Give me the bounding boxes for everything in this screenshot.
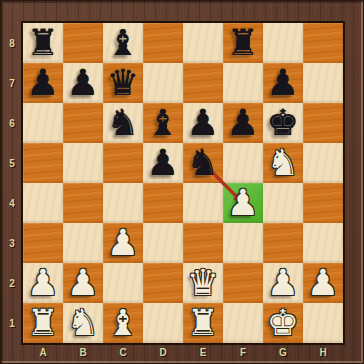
piece-black-pawn-d5[interactable]: ♟ xyxy=(143,143,183,183)
piece-black-pawn-g7[interactable]: ♟ xyxy=(263,63,303,103)
square-f6[interactable]: ♟ xyxy=(223,103,263,143)
square-h6[interactable] xyxy=(303,103,343,143)
rank-label-2: 2 xyxy=(1,263,23,303)
square-d6[interactable]: ♝ xyxy=(143,103,183,143)
square-f5[interactable] xyxy=(223,143,263,183)
piece-black-pawn-b7[interactable]: ♟ xyxy=(63,63,103,103)
square-c6[interactable]: ♞ xyxy=(103,103,143,143)
rank-label-7: 7 xyxy=(1,63,23,103)
square-d2[interactable] xyxy=(143,263,183,303)
square-c4[interactable] xyxy=(103,183,143,223)
square-e3[interactable] xyxy=(183,223,223,263)
file-label-a: A xyxy=(23,343,63,364)
piece-white-pawn-h2[interactable]: ♟ xyxy=(303,263,343,303)
square-b1[interactable]: ♞ xyxy=(63,303,103,343)
square-d1[interactable] xyxy=(143,303,183,343)
piece-black-pawn-a7[interactable]: ♟ xyxy=(23,63,63,103)
piece-black-rook-f8[interactable]: ♜ xyxy=(223,23,263,63)
piece-white-knight-b1[interactable]: ♞ xyxy=(63,303,103,343)
square-e6[interactable]: ♟ xyxy=(183,103,223,143)
piece-white-pawn-c3[interactable]: ♟ xyxy=(103,223,143,263)
square-d8[interactable] xyxy=(143,23,183,63)
square-c5[interactable] xyxy=(103,143,143,183)
square-c3[interactable]: ♟ xyxy=(103,223,143,263)
square-f1[interactable] xyxy=(223,303,263,343)
square-g5[interactable]: ♞ xyxy=(263,143,303,183)
square-e1[interactable]: ♜ xyxy=(183,303,223,343)
rank-label-8: 8 xyxy=(1,23,23,63)
file-label-d: D xyxy=(143,343,183,364)
square-g8[interactable] xyxy=(263,23,303,63)
file-label-e: E xyxy=(183,343,223,364)
rank-label-1: 1 xyxy=(1,303,23,343)
piece-white-rook-a1[interactable]: ♜ xyxy=(23,303,63,343)
rank-label-4: 4 xyxy=(1,183,23,223)
square-c2[interactable] xyxy=(103,263,143,303)
square-e2[interactable]: ♛ xyxy=(183,263,223,303)
piece-black-bishop-d6[interactable]: ♝ xyxy=(143,103,183,143)
square-f3[interactable] xyxy=(223,223,263,263)
square-d5[interactable]: ♟ xyxy=(143,143,183,183)
piece-white-pawn-f4[interactable]: ♟ xyxy=(223,183,263,223)
square-a7[interactable]: ♟ xyxy=(23,63,63,103)
square-g1[interactable]: ♚ xyxy=(263,303,303,343)
square-b2[interactable]: ♟ xyxy=(63,263,103,303)
square-a5[interactable] xyxy=(23,143,63,183)
square-d4[interactable] xyxy=(143,183,183,223)
square-h1[interactable] xyxy=(303,303,343,343)
file-label-c: C xyxy=(103,343,143,364)
square-a2[interactable]: ♟ xyxy=(23,263,63,303)
square-a8[interactable]: ♜ xyxy=(23,23,63,63)
square-e4[interactable] xyxy=(183,183,223,223)
square-b6[interactable] xyxy=(63,103,103,143)
square-h8[interactable] xyxy=(303,23,343,63)
square-b3[interactable] xyxy=(63,223,103,263)
square-h4[interactable] xyxy=(303,183,343,223)
piece-white-pawn-a2[interactable]: ♟ xyxy=(23,263,63,303)
square-e8[interactable] xyxy=(183,23,223,63)
square-b8[interactable] xyxy=(63,23,103,63)
piece-black-bishop-c8[interactable]: ♝ xyxy=(103,23,143,63)
chess-board-frame: 87654321 ABCDEFGH ♜♝♜♟♟♛♟♞♝♟♟♚♟♞♞♟♟♟♟♛♟♟… xyxy=(0,0,364,364)
rank-labels: 87654321 xyxy=(1,23,23,343)
piece-white-rook-e1[interactable]: ♜ xyxy=(183,303,223,343)
square-h7[interactable] xyxy=(303,63,343,103)
square-c8[interactable]: ♝ xyxy=(103,23,143,63)
file-label-f: F xyxy=(223,343,263,364)
rank-label-3: 3 xyxy=(1,223,23,263)
square-d7[interactable] xyxy=(143,63,183,103)
square-e7[interactable] xyxy=(183,63,223,103)
file-label-b: B xyxy=(63,343,103,364)
square-b4[interactable] xyxy=(63,183,103,223)
square-f2[interactable] xyxy=(223,263,263,303)
rank-label-6: 6 xyxy=(1,103,23,143)
piece-black-pawn-e6[interactable]: ♟ xyxy=(183,103,223,143)
square-g6[interactable]: ♚ xyxy=(263,103,303,143)
square-e5[interactable]: ♞ xyxy=(183,143,223,183)
piece-white-bishop-c1[interactable]: ♝ xyxy=(103,303,143,343)
piece-black-rook-a8[interactable]: ♜ xyxy=(23,23,63,63)
piece-white-king-g1[interactable]: ♚ xyxy=(263,303,303,343)
piece-white-pawn-g2[interactable]: ♟ xyxy=(263,263,303,303)
square-b7[interactable]: ♟ xyxy=(63,63,103,103)
square-a6[interactable] xyxy=(23,103,63,143)
square-g2[interactable]: ♟ xyxy=(263,263,303,303)
square-c7[interactable]: ♛ xyxy=(103,63,143,103)
square-f7[interactable] xyxy=(223,63,263,103)
rank-label-5: 5 xyxy=(1,143,23,183)
piece-black-king-g6[interactable]: ♚ xyxy=(263,103,303,143)
square-h2[interactable]: ♟ xyxy=(303,263,343,303)
square-g7[interactable]: ♟ xyxy=(263,63,303,103)
piece-white-pawn-b2[interactable]: ♟ xyxy=(63,263,103,303)
piece-black-knight-c6[interactable]: ♞ xyxy=(103,103,143,143)
square-f4[interactable]: ♟ xyxy=(223,183,263,223)
square-a3[interactable] xyxy=(23,223,63,263)
piece-black-queen-c7[interactable]: ♛ xyxy=(103,63,143,103)
square-g3[interactable] xyxy=(263,223,303,263)
piece-black-knight-e5[interactable]: ♞ xyxy=(183,143,223,183)
square-d3[interactable] xyxy=(143,223,183,263)
piece-white-queen-e2[interactable]: ♛ xyxy=(183,263,223,303)
square-c1[interactable]: ♝ xyxy=(103,303,143,343)
file-label-h: H xyxy=(303,343,343,364)
file-labels: ABCDEFGH xyxy=(23,343,343,364)
square-a4[interactable] xyxy=(23,183,63,223)
piece-black-pawn-f6[interactable]: ♟ xyxy=(223,103,263,143)
square-b5[interactable] xyxy=(63,143,103,183)
square-g4[interactable] xyxy=(263,183,303,223)
file-label-g: G xyxy=(263,343,303,364)
square-a1[interactable]: ♜ xyxy=(23,303,63,343)
square-f8[interactable]: ♜ xyxy=(223,23,263,63)
square-h3[interactable] xyxy=(303,223,343,263)
square-h5[interactable] xyxy=(303,143,343,183)
chess-board: ♜♝♜♟♟♛♟♞♝♟♟♚♟♞♞♟♟♟♟♛♟♟♜♞♝♜♚ xyxy=(23,23,343,343)
piece-white-knight-g5[interactable]: ♞ xyxy=(263,143,303,183)
